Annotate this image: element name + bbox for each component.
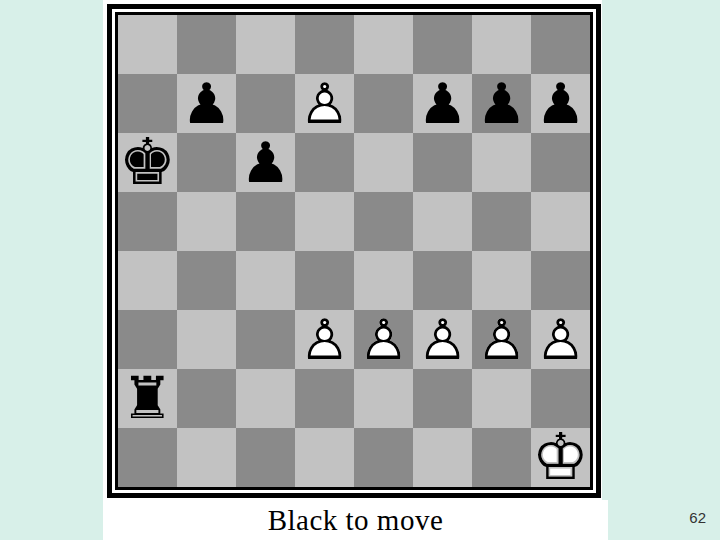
square-e5[interactable] [354,192,413,251]
square-c7[interactable] [236,74,295,133]
black-piece-glyph: ♟ [236,133,295,192]
square-c4[interactable] [236,251,295,310]
white-piece-outline: ♙ [295,310,354,369]
piece-white-pawn[interactable]: ♟♙ [354,310,413,369]
white-piece-outline: ♙ [354,310,413,369]
black-piece-glyph: ♟ [531,74,590,133]
square-b5[interactable] [177,192,236,251]
square-g4[interactable] [472,251,531,310]
slide-number: 62 [689,509,706,526]
piece-black-pawn[interactable]: ♟ [236,133,295,192]
caption-text: Black to move [268,504,444,537]
square-h6[interactable] [531,133,590,192]
square-h4[interactable] [531,251,590,310]
piece-black-pawn[interactable]: ♟ [413,74,472,133]
piece-white-pawn[interactable]: ♟♙ [531,310,590,369]
square-f5[interactable] [413,192,472,251]
white-piece-outline: ♙ [413,310,472,369]
black-piece-glyph: ♟ [413,74,472,133]
piece-black-king[interactable]: ♚ [118,133,177,192]
chess-board-frame: ♟♟♙♟♟♟♚♟♟♙♟♙♟♙♟♙♟♙♜♚♔ [107,4,601,498]
square-a4[interactable] [118,251,177,310]
white-piece-outline: ♙ [295,74,354,133]
square-a3[interactable] [118,310,177,369]
square-d6[interactable] [295,133,354,192]
square-c1[interactable] [236,428,295,487]
square-d4[interactable] [295,251,354,310]
black-piece-glyph: ♚ [118,133,177,192]
chess-board-inner-border: ♟♟♙♟♟♟♚♟♟♙♟♙♟♙♟♙♟♙♜♚♔ [115,12,593,490]
square-g1[interactable] [472,428,531,487]
square-f2[interactable] [413,369,472,428]
square-b3[interactable] [177,310,236,369]
black-piece-glyph: ♜ [118,369,177,428]
square-f6[interactable] [413,133,472,192]
square-e7[interactable] [354,74,413,133]
piece-black-pawn[interactable]: ♟ [472,74,531,133]
square-g8[interactable] [472,15,531,74]
piece-white-pawn[interactable]: ♟♙ [295,310,354,369]
square-h5[interactable] [531,192,590,251]
square-h8[interactable] [531,15,590,74]
square-f8[interactable] [413,15,472,74]
black-piece-glyph: ♟ [472,74,531,133]
square-b8[interactable] [177,15,236,74]
square-d5[interactable] [295,192,354,251]
white-piece-outline: ♙ [472,310,531,369]
square-a8[interactable] [118,15,177,74]
square-e6[interactable] [354,133,413,192]
white-piece-outline: ♙ [531,310,590,369]
square-a1[interactable] [118,428,177,487]
square-b6[interactable] [177,133,236,192]
piece-black-pawn[interactable]: ♟ [177,74,236,133]
piece-white-pawn[interactable]: ♟♙ [295,74,354,133]
square-f4[interactable] [413,251,472,310]
square-e1[interactable] [354,428,413,487]
square-g6[interactable] [472,133,531,192]
piece-white-pawn[interactable]: ♟♙ [472,310,531,369]
square-c3[interactable] [236,310,295,369]
square-c5[interactable] [236,192,295,251]
square-c2[interactable] [236,369,295,428]
square-c8[interactable] [236,15,295,74]
square-a5[interactable] [118,192,177,251]
square-f1[interactable] [413,428,472,487]
chess-board: ♟♟♙♟♟♟♚♟♟♙♟♙♟♙♟♙♟♙♜♚♔ [118,15,590,487]
square-b1[interactable] [177,428,236,487]
black-piece-glyph: ♟ [177,74,236,133]
square-d8[interactable] [295,15,354,74]
slide-background: { "game": "chess", "position": { "fen": … [0,0,720,540]
square-g2[interactable] [472,369,531,428]
square-g5[interactable] [472,192,531,251]
square-b4[interactable] [177,251,236,310]
piece-white-king[interactable]: ♚♔ [531,428,590,487]
piece-black-pawn[interactable]: ♟ [531,74,590,133]
square-e4[interactable] [354,251,413,310]
square-e2[interactable] [354,369,413,428]
caption-bar: Black to move [103,500,608,540]
square-e8[interactable] [354,15,413,74]
square-d1[interactable] [295,428,354,487]
piece-white-pawn[interactable]: ♟♙ [413,310,472,369]
square-b2[interactable] [177,369,236,428]
white-piece-outline: ♔ [531,428,590,487]
square-d2[interactable] [295,369,354,428]
piece-black-rook[interactable]: ♜ [118,369,177,428]
